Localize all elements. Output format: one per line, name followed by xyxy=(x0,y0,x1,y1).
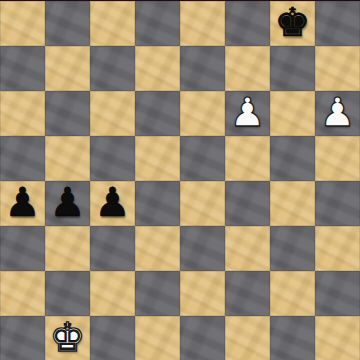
square-g3[interactable] xyxy=(270,226,315,271)
square-f4[interactable] xyxy=(225,181,270,226)
square-c7[interactable] xyxy=(90,46,135,91)
square-e1[interactable] xyxy=(180,316,225,360)
square-g6[interactable] xyxy=(270,91,315,136)
square-e2[interactable] xyxy=(180,271,225,316)
square-g7[interactable] xyxy=(270,46,315,91)
square-b5[interactable] xyxy=(45,136,90,181)
square-c1[interactable] xyxy=(90,316,135,360)
square-c6[interactable] xyxy=(90,91,135,136)
square-d1[interactable] xyxy=(135,316,180,360)
square-b3[interactable] xyxy=(45,226,90,271)
square-d5[interactable] xyxy=(135,136,180,181)
square-g2[interactable] xyxy=(270,271,315,316)
square-f1[interactable] xyxy=(225,316,270,360)
square-f6[interactable]: ♟ xyxy=(225,91,270,136)
square-c8[interactable] xyxy=(90,1,135,46)
square-d3[interactable] xyxy=(135,226,180,271)
square-b6[interactable] xyxy=(45,91,90,136)
square-b2[interactable] xyxy=(45,271,90,316)
square-h4[interactable] xyxy=(315,181,360,226)
white-king-piece[interactable]: ♚ xyxy=(50,315,86,360)
square-g5[interactable] xyxy=(270,136,315,181)
square-g4[interactable] xyxy=(270,181,315,226)
chess-board: ♚♟♟♟♟♟♚ xyxy=(0,0,360,360)
square-a3[interactable] xyxy=(0,226,45,271)
square-e8[interactable] xyxy=(180,1,225,46)
square-f8[interactable] xyxy=(225,1,270,46)
square-c3[interactable] xyxy=(90,226,135,271)
square-f3[interactable] xyxy=(225,226,270,271)
square-e4[interactable] xyxy=(180,181,225,226)
square-e5[interactable] xyxy=(180,136,225,181)
square-b4[interactable]: ♟ xyxy=(45,181,90,226)
square-h5[interactable] xyxy=(315,136,360,181)
square-c4[interactable]: ♟ xyxy=(90,181,135,226)
square-a7[interactable] xyxy=(0,46,45,91)
black-pawn-piece[interactable]: ♟ xyxy=(50,180,86,225)
square-a4[interactable]: ♟ xyxy=(0,181,45,226)
square-h1[interactable] xyxy=(315,316,360,360)
black-pawn-piece[interactable]: ♟ xyxy=(5,180,41,225)
square-c2[interactable] xyxy=(90,271,135,316)
square-g1[interactable] xyxy=(270,316,315,360)
square-a8[interactable] xyxy=(0,1,45,46)
black-pawn-piece[interactable]: ♟ xyxy=(95,180,131,225)
square-h8[interactable] xyxy=(315,1,360,46)
square-h2[interactable] xyxy=(315,271,360,316)
square-a5[interactable] xyxy=(0,136,45,181)
square-f2[interactable] xyxy=(225,271,270,316)
white-pawn-piece[interactable]: ♟ xyxy=(320,90,356,135)
black-king-piece[interactable]: ♚ xyxy=(275,0,311,45)
square-g8[interactable]: ♚ xyxy=(270,1,315,46)
white-pawn-piece[interactable]: ♟ xyxy=(230,90,266,135)
square-c5[interactable] xyxy=(90,136,135,181)
square-d4[interactable] xyxy=(135,181,180,226)
square-e7[interactable] xyxy=(180,46,225,91)
square-h6[interactable]: ♟ xyxy=(315,91,360,136)
square-d6[interactable] xyxy=(135,91,180,136)
square-a2[interactable] xyxy=(0,271,45,316)
square-f5[interactable] xyxy=(225,136,270,181)
square-b8[interactable] xyxy=(45,1,90,46)
square-b1[interactable]: ♚ xyxy=(45,316,90,360)
square-b7[interactable] xyxy=(45,46,90,91)
square-h7[interactable] xyxy=(315,46,360,91)
square-a6[interactable] xyxy=(0,91,45,136)
square-d7[interactable] xyxy=(135,46,180,91)
square-d2[interactable] xyxy=(135,271,180,316)
square-d8[interactable] xyxy=(135,1,180,46)
square-e6[interactable] xyxy=(180,91,225,136)
square-a1[interactable] xyxy=(0,316,45,360)
square-e3[interactable] xyxy=(180,226,225,271)
square-f7[interactable] xyxy=(225,46,270,91)
square-h3[interactable] xyxy=(315,226,360,271)
